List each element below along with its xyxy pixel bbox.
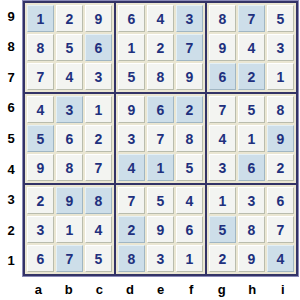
cell-h5[interactable]: 1 bbox=[238, 125, 265, 152]
cell-g7[interactable]: 6 bbox=[209, 63, 236, 90]
cell-a2[interactable]: 3 bbox=[27, 216, 54, 243]
col-label-i: i bbox=[268, 280, 299, 298]
sudoku-box-0-0: 129856743 bbox=[25, 3, 114, 92]
cell-f6[interactable]: 2 bbox=[176, 96, 203, 123]
row-label-8: 8 bbox=[0, 32, 22, 63]
cell-g6[interactable]: 7 bbox=[209, 96, 236, 123]
row-label-6: 6 bbox=[0, 93, 22, 124]
cell-b6[interactable]: 3 bbox=[56, 96, 83, 123]
cell-g2[interactable]: 5 bbox=[209, 216, 236, 243]
cell-e7[interactable]: 8 bbox=[147, 63, 174, 90]
cell-g5[interactable]: 4 bbox=[209, 125, 236, 152]
col-label-g: g bbox=[206, 280, 237, 298]
sudoku-box-1-0: 431562987 bbox=[25, 94, 114, 183]
cell-h6[interactable]: 5 bbox=[238, 96, 265, 123]
col-label-a: a bbox=[23, 280, 54, 298]
cell-g4[interactable]: 3 bbox=[209, 154, 236, 181]
sudoku-box-2-0: 298314675 bbox=[25, 185, 114, 274]
cell-f3[interactable]: 4 bbox=[176, 187, 203, 214]
cell-d1[interactable]: 8 bbox=[118, 245, 145, 272]
sudoku-box-1-1: 962378415 bbox=[116, 94, 205, 183]
cell-i4[interactable]: 2 bbox=[267, 154, 294, 181]
row-labels: 987654321 bbox=[0, 1, 22, 276]
cell-h3[interactable]: 3 bbox=[238, 187, 265, 214]
cell-d3[interactable]: 7 bbox=[118, 187, 145, 214]
col-label-e: e bbox=[145, 280, 176, 298]
cell-a8[interactable]: 8 bbox=[27, 34, 54, 61]
cell-a9[interactable]: 1 bbox=[27, 5, 54, 32]
cell-d6[interactable]: 9 bbox=[118, 96, 145, 123]
sudoku-box-2-1: 754296831 bbox=[116, 185, 205, 274]
cell-d8[interactable]: 1 bbox=[118, 34, 145, 61]
cell-f2[interactable]: 6 bbox=[176, 216, 203, 243]
cell-f8[interactable]: 7 bbox=[176, 34, 203, 61]
sudoku-board: 1298567436431275898759436214315629879623… bbox=[23, 1, 298, 276]
cell-a5[interactable]: 5 bbox=[27, 125, 54, 152]
cell-i6[interactable]: 8 bbox=[267, 96, 294, 123]
row-label-3: 3 bbox=[0, 184, 22, 215]
sudoku-app: 987654321 129856743643127589875943621431… bbox=[0, 0, 300, 300]
cell-h8[interactable]: 4 bbox=[238, 34, 265, 61]
cell-d5[interactable]: 3 bbox=[118, 125, 145, 152]
cell-b5[interactable]: 6 bbox=[56, 125, 83, 152]
cell-f5[interactable]: 8 bbox=[176, 125, 203, 152]
row-label-2: 2 bbox=[0, 215, 22, 246]
col-label-c: c bbox=[84, 280, 115, 298]
cell-a7[interactable]: 7 bbox=[27, 63, 54, 90]
cell-a4[interactable]: 9 bbox=[27, 154, 54, 181]
cell-d9[interactable]: 6 bbox=[118, 5, 145, 32]
cell-c3[interactable]: 8 bbox=[85, 187, 112, 214]
cell-d2[interactable]: 2 bbox=[118, 216, 145, 243]
row-label-1: 1 bbox=[0, 246, 22, 277]
cell-h2[interactable]: 8 bbox=[238, 216, 265, 243]
cell-c6[interactable]: 1 bbox=[85, 96, 112, 123]
cell-i8[interactable]: 3 bbox=[267, 34, 294, 61]
sudoku-box-2-2: 136587294 bbox=[207, 185, 296, 274]
cell-b9[interactable]: 2 bbox=[56, 5, 83, 32]
cell-a1[interactable]: 6 bbox=[27, 245, 54, 272]
cell-g3[interactable]: 1 bbox=[209, 187, 236, 214]
row-label-9: 9 bbox=[0, 1, 22, 32]
cell-e8[interactable]: 2 bbox=[147, 34, 174, 61]
row-label-7: 7 bbox=[0, 62, 22, 93]
cell-h9[interactable]: 7 bbox=[238, 5, 265, 32]
cell-h1[interactable]: 9 bbox=[238, 245, 265, 272]
cell-c5[interactable]: 2 bbox=[85, 125, 112, 152]
row-label-4: 4 bbox=[0, 154, 22, 185]
cell-h4[interactable]: 6 bbox=[238, 154, 265, 181]
col-label-d: d bbox=[115, 280, 146, 298]
cell-a6[interactable]: 4 bbox=[27, 96, 54, 123]
cell-e4[interactable]: 1 bbox=[147, 154, 174, 181]
cell-e2[interactable]: 9 bbox=[147, 216, 174, 243]
sudoku-box-1-2: 758419362 bbox=[207, 94, 296, 183]
cell-b2[interactable]: 1 bbox=[56, 216, 83, 243]
sudoku-box-0-2: 875943621 bbox=[207, 3, 296, 92]
cell-b1[interactable]: 7 bbox=[56, 245, 83, 272]
cell-c2[interactable]: 4 bbox=[85, 216, 112, 243]
cell-a3[interactable]: 2 bbox=[27, 187, 54, 214]
cell-d4[interactable]: 4 bbox=[118, 154, 145, 181]
cell-i1[interactable]: 4 bbox=[267, 245, 294, 272]
sudoku-box-0-1: 643127589 bbox=[116, 3, 205, 92]
col-label-b: b bbox=[54, 280, 85, 298]
cell-i3[interactable]: 6 bbox=[267, 187, 294, 214]
row-label-5: 5 bbox=[0, 123, 22, 154]
col-label-h: h bbox=[237, 280, 268, 298]
cell-e3[interactable]: 5 bbox=[147, 187, 174, 214]
cell-e1[interactable]: 3 bbox=[147, 245, 174, 272]
cell-f1[interactable]: 1 bbox=[176, 245, 203, 272]
cell-b7[interactable]: 4 bbox=[56, 63, 83, 90]
cell-h7[interactable]: 2 bbox=[238, 63, 265, 90]
cell-c7[interactable]: 3 bbox=[85, 63, 112, 90]
cell-b8[interactable]: 5 bbox=[56, 34, 83, 61]
cell-f7[interactable]: 9 bbox=[176, 63, 203, 90]
cell-i9[interactable]: 5 bbox=[267, 5, 294, 32]
cell-e9[interactable]: 4 bbox=[147, 5, 174, 32]
cell-d7[interactable]: 5 bbox=[118, 63, 145, 90]
cell-e6[interactable]: 6 bbox=[147, 96, 174, 123]
cell-g1[interactable]: 2 bbox=[209, 245, 236, 272]
cell-i5[interactable]: 9 bbox=[267, 125, 294, 152]
cell-i7[interactable]: 1 bbox=[267, 63, 294, 90]
cell-e5[interactable]: 7 bbox=[147, 125, 174, 152]
cell-c4[interactable]: 7 bbox=[85, 154, 112, 181]
cell-g8[interactable]: 9 bbox=[209, 34, 236, 61]
cell-g9[interactable]: 8 bbox=[209, 5, 236, 32]
cell-f9[interactable]: 3 bbox=[176, 5, 203, 32]
cell-b4[interactable]: 8 bbox=[56, 154, 83, 181]
col-label-f: f bbox=[176, 280, 207, 298]
cell-c8[interactable]: 6 bbox=[85, 34, 112, 61]
cell-c1[interactable]: 5 bbox=[85, 245, 112, 272]
cell-i2[interactable]: 7 bbox=[267, 216, 294, 243]
cell-b3[interactable]: 9 bbox=[56, 187, 83, 214]
cell-c9[interactable]: 9 bbox=[85, 5, 112, 32]
cell-f4[interactable]: 5 bbox=[176, 154, 203, 181]
col-labels: abcdefghi bbox=[23, 280, 298, 298]
